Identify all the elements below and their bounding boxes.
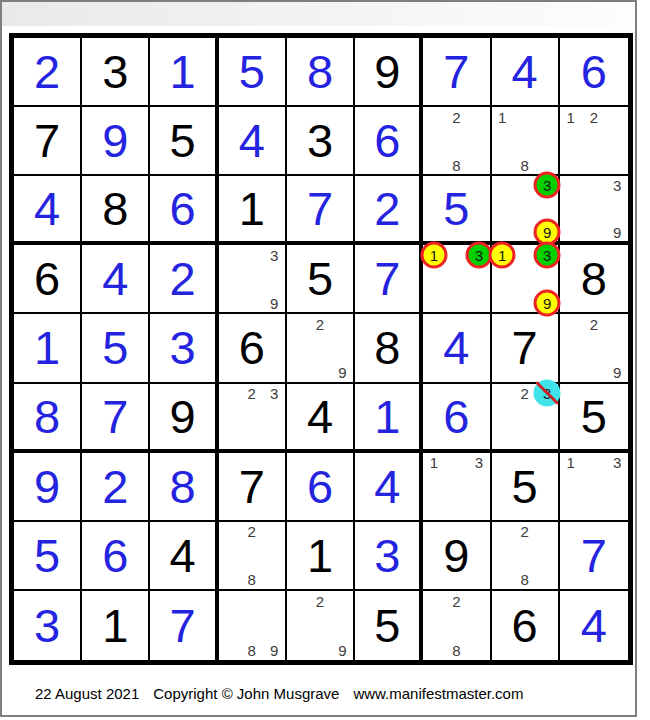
cell-r6c3[interactable]: 9 — [150, 384, 218, 453]
candidate-circle-cyan: 3 — [534, 379, 561, 406]
big-digit: 5 — [307, 255, 333, 302]
big-digit: 6 — [581, 48, 607, 95]
cell-r3c9[interactable]: 39 — [560, 176, 628, 245]
candidate-digit: 8 — [248, 572, 256, 587]
footer-copyright: Copyright © John Musgrave — [153, 685, 339, 702]
cell-r3c2[interactable]: 8 — [82, 176, 150, 245]
cell-r9c4[interactable]: 89 — [219, 591, 287, 660]
cell-r7c7[interactable]: 13 — [423, 453, 491, 522]
cell-r6c4[interactable]: 23 — [219, 384, 287, 453]
big-digit: 7 — [102, 393, 128, 440]
candidate-digit: 2 — [452, 593, 460, 608]
cell-r9c5[interactable]: 29 — [287, 591, 355, 660]
cell-r6c1[interactable]: 8 — [14, 384, 82, 453]
app-window: 2315897467954362818124861725393964239571… — [0, 0, 637, 717]
cell-r6c2[interactable]: 7 — [82, 384, 150, 453]
big-digit: 7 — [307, 185, 333, 232]
cell-r2c4[interactable]: 4 — [219, 107, 287, 176]
cell-r8c1[interactable]: 5 — [14, 522, 82, 591]
big-digit: 5 — [239, 48, 265, 95]
big-digit: 1 — [102, 602, 128, 649]
cell-r8c4[interactable]: 28 — [219, 522, 287, 591]
cell-r7c8[interactable]: 5 — [492, 453, 560, 522]
cell-r7c6[interactable]: 4 — [355, 453, 423, 522]
big-digit: 5 — [512, 463, 538, 510]
big-digit: 2 — [34, 48, 60, 95]
candidate-digit: 9 — [613, 225, 621, 240]
big-digit: 6 — [374, 117, 400, 164]
candidate-digit: 9 — [338, 643, 346, 658]
big-digit: 8 — [102, 185, 128, 232]
big-digit: 6 — [169, 185, 195, 232]
cell-r5c6[interactable]: 8 — [355, 314, 423, 383]
cell-r2c1[interactable]: 7 — [14, 107, 82, 176]
cell-r5c7[interactable]: 4 — [423, 314, 491, 383]
big-digit: 7 — [34, 117, 60, 164]
candidate-digit: 9 — [543, 296, 551, 311]
cell-r9c8[interactable]: 6 — [492, 591, 560, 660]
cell-r8c2[interactable]: 6 — [82, 522, 150, 591]
big-digit: 9 — [169, 393, 195, 440]
big-digit: 4 — [512, 48, 538, 95]
candidate-digit: 3 — [475, 455, 483, 470]
footer: 22 August 2021 Copyright © John Musgrave… — [2, 685, 635, 702]
cell-r1c6[interactable]: 9 — [355, 38, 423, 107]
cell-r5c9[interactable]: 29 — [560, 314, 628, 383]
big-digit: 8 — [34, 393, 60, 440]
candidate-digit: 2 — [590, 109, 598, 124]
big-digit: 5 — [581, 393, 607, 440]
big-digit: 7 — [374, 255, 400, 302]
big-digit: 9 — [34, 463, 60, 510]
big-digit: 1 — [374, 393, 400, 440]
candidate-digit: 8 — [520, 157, 528, 172]
cell-r1c1[interactable]: 2 — [14, 38, 82, 107]
candidate-digit: 3 — [270, 247, 278, 262]
candidate-digit: 1 — [498, 109, 506, 124]
big-digit: 9 — [374, 48, 400, 95]
candidate-digit: 1 — [567, 109, 575, 124]
candidate-digit: 8 — [520, 572, 528, 587]
footer-website: www.manifestmaster.com — [353, 685, 523, 702]
cell-r3c8[interactable]: 39 — [492, 176, 560, 245]
cell-r2c7[interactable]: 28 — [423, 107, 491, 176]
big-digit: 1 — [307, 532, 333, 579]
cell-r1c9[interactable]: 6 — [560, 38, 628, 107]
cell-r4c2[interactable]: 4 — [82, 245, 150, 314]
candidate-digit: 2 — [520, 524, 528, 539]
cell-r6c6[interactable]: 1 — [355, 384, 423, 453]
cell-r7c4[interactable]: 7 — [219, 453, 287, 522]
cell-r8c6[interactable]: 3 — [355, 522, 423, 591]
cell-r3c1[interactable]: 4 — [14, 176, 82, 245]
cell-r3c7[interactable]: 5 — [423, 176, 491, 245]
big-digit: 4 — [443, 324, 469, 371]
candidate-circle-yellow: 9 — [534, 290, 561, 317]
big-digit: 5 — [102, 324, 128, 371]
big-digit: 1 — [239, 185, 265, 232]
candidate-digit: 1 — [567, 455, 575, 470]
big-digit: 7 — [581, 532, 607, 579]
candidate-digit: 3 — [543, 178, 551, 193]
big-digit: 7 — [512, 324, 538, 371]
candidate-digit: 3 — [270, 385, 278, 400]
big-digit: 8 — [581, 255, 607, 302]
big-digit: 3 — [374, 532, 400, 579]
cell-r4c8[interactable]: 139 — [492, 245, 560, 314]
cell-r4c4[interactable]: 39 — [219, 245, 287, 314]
candidate-digit: 9 — [270, 643, 278, 658]
cell-r2c2[interactable]: 9 — [82, 107, 150, 176]
candidate-circle-yellow: 1 — [489, 241, 516, 268]
candidate-digit: 2 — [316, 316, 324, 331]
big-digit: 4 — [374, 463, 400, 510]
cell-r8c3[interactable]: 4 — [150, 522, 218, 591]
big-digit: 6 — [102, 532, 128, 579]
cell-r7c2[interactable]: 2 — [82, 453, 150, 522]
cell-r5c5[interactable]: 29 — [287, 314, 355, 383]
big-digit: 9 — [443, 532, 469, 579]
cell-r1c8[interactable]: 4 — [492, 38, 560, 107]
cell-r1c3[interactable]: 1 — [150, 38, 218, 107]
big-digit: 4 — [239, 117, 265, 164]
candidate-digit: 8 — [452, 643, 460, 658]
cell-r9c3[interactable]: 7 — [150, 591, 218, 660]
cell-r8c9[interactable]: 7 — [560, 522, 628, 591]
big-digit: 7 — [239, 463, 265, 510]
cell-r4c1[interactable]: 6 — [14, 245, 82, 314]
cell-r7c3[interactable]: 8 — [150, 453, 218, 522]
cell-r5c3[interactable]: 3 — [150, 314, 218, 383]
big-digit: 4 — [169, 532, 195, 579]
big-digit: 3 — [34, 602, 60, 649]
big-digit: 6 — [239, 324, 265, 371]
candidate-digit: 9 — [270, 296, 278, 311]
candidate-digit: 9 — [338, 365, 346, 380]
candidate-digit: 8 — [248, 643, 256, 658]
cell-r2c5[interactable]: 3 — [287, 107, 355, 176]
big-digit: 5 — [374, 602, 400, 649]
candidate-digit: 2 — [520, 385, 528, 400]
cell-r2c3[interactable]: 5 — [150, 107, 218, 176]
cell-r1c2[interactable]: 3 — [82, 38, 150, 107]
big-digit: 1 — [34, 324, 60, 371]
big-digit: 9 — [102, 117, 128, 164]
cell-r5c4[interactable]: 6 — [219, 314, 287, 383]
big-digit: 8 — [169, 463, 195, 510]
candidate-digit: 9 — [613, 365, 621, 380]
big-digit: 5 — [169, 117, 195, 164]
cell-r5c8[interactable]: 7 — [492, 314, 560, 383]
cell-r5c2[interactable]: 5 — [82, 314, 150, 383]
candidate-digit: 2 — [316, 593, 324, 608]
big-digit: 4 — [102, 255, 128, 302]
cell-r2c8[interactable]: 18 — [492, 107, 560, 176]
big-digit: 5 — [34, 532, 60, 579]
big-digit: 2 — [102, 463, 128, 510]
cell-r6c8[interactable]: 23 — [492, 384, 560, 453]
cell-r6c7[interactable]: 6 — [423, 384, 491, 453]
candidate-circle-green: 3 — [534, 172, 561, 199]
candidate-digit: 1 — [430, 247, 438, 262]
footer-date: 22 August 2021 — [35, 685, 139, 702]
big-digit: 3 — [102, 48, 128, 95]
big-digit: 7 — [169, 602, 195, 649]
candidate-digit: 1 — [498, 247, 506, 262]
cell-r2c6[interactable]: 6 — [355, 107, 423, 176]
cell-r7c9[interactable]: 13 — [560, 453, 628, 522]
big-digit: 1 — [169, 48, 195, 95]
cell-r5c1[interactable]: 1 — [14, 314, 82, 383]
cell-r9c2[interactable]: 1 — [82, 591, 150, 660]
candidate-digit: 2 — [248, 524, 256, 539]
cell-r4c7[interactable]: 13 — [423, 245, 491, 314]
cell-r9c6[interactable]: 5 — [355, 591, 423, 660]
big-digit: 4 — [307, 393, 333, 440]
big-digit: 4 — [34, 185, 60, 232]
candidate-circle-green: 3 — [534, 241, 561, 268]
candidate-digit: 2 — [590, 316, 598, 331]
big-digit: 2 — [169, 255, 195, 302]
cell-r9c7[interactable]: 28 — [423, 591, 491, 660]
cell-r6c9[interactable]: 5 — [560, 384, 628, 453]
cell-r2c9[interactable]: 12 — [560, 107, 628, 176]
cell-r6c5[interactable]: 4 — [287, 384, 355, 453]
window-titlebar — [2, 2, 635, 26]
cell-r8c8[interactable]: 28 — [492, 522, 560, 591]
candidate-digit: 8 — [452, 157, 460, 172]
candidate-digit: 1 — [430, 455, 438, 470]
cell-r3c4[interactable]: 1 — [219, 176, 287, 245]
big-digit: 6 — [307, 463, 333, 510]
big-digit: 6 — [443, 393, 469, 440]
big-digit: 5 — [443, 185, 469, 232]
cell-r1c7[interactable]: 7 — [423, 38, 491, 107]
cell-r8c7[interactable]: 9 — [423, 522, 491, 591]
candidate-digit: 3 — [543, 247, 551, 262]
cell-r7c5[interactable]: 6 — [287, 453, 355, 522]
cell-r4c9[interactable]: 8 — [560, 245, 628, 314]
cell-r1c4[interactable]: 5 — [219, 38, 287, 107]
cell-r3c5[interactable]: 7 — [287, 176, 355, 245]
big-digit: 2 — [374, 185, 400, 232]
cell-r4c3[interactable]: 2 — [150, 245, 218, 314]
big-digit: 8 — [307, 48, 333, 95]
candidate-circle-yellow: 1 — [420, 241, 447, 268]
candidate-digit: 3 — [613, 455, 621, 470]
cell-r3c3[interactable]: 6 — [150, 176, 218, 245]
cell-r1c5[interactable]: 8 — [287, 38, 355, 107]
cell-r4c5[interactable]: 5 — [287, 245, 355, 314]
big-digit: 8 — [374, 324, 400, 371]
big-digit: 6 — [34, 255, 60, 302]
candidate-digit: 3 — [475, 247, 483, 262]
candidate-digit: 3 — [613, 178, 621, 193]
big-digit: 7 — [443, 48, 469, 95]
candidate-digit: 9 — [543, 225, 551, 240]
big-digit: 3 — [307, 117, 333, 164]
sudoku-board: 2315897467954362818124861725393964239571… — [9, 33, 633, 665]
big-digit: 6 — [512, 602, 538, 649]
cell-r9c1[interactable]: 3 — [14, 591, 82, 660]
big-digit: 4 — [581, 602, 607, 649]
cell-r8c5[interactable]: 1 — [287, 522, 355, 591]
cell-r9c9[interactable]: 4 — [560, 591, 628, 660]
cell-r4c6[interactable]: 7 — [355, 245, 423, 314]
cell-r7c1[interactable]: 9 — [14, 453, 82, 522]
cell-r3c6[interactable]: 2 — [355, 176, 423, 245]
candidate-digit: 2 — [248, 385, 256, 400]
big-digit: 3 — [169, 324, 195, 371]
candidate-digit: 2 — [452, 109, 460, 124]
